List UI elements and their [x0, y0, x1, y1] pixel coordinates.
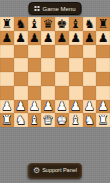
white-queen: ♛: [43, 114, 54, 126]
white-pawn: ♟: [43, 100, 54, 112]
square-h8[interactable]: ♜: [96, 17, 110, 31]
square-g7[interactable]: ♟: [83, 31, 97, 45]
square-e5[interactable]: [55, 58, 69, 72]
square-b1[interactable]: ♞: [14, 113, 28, 127]
square-c5[interactable]: [28, 58, 42, 72]
square-a1[interactable]: ♜: [0, 113, 14, 127]
square-h4[interactable]: [96, 72, 110, 86]
square-b7[interactable]: ♟: [14, 31, 28, 45]
square-a5[interactable]: [0, 58, 14, 72]
app-screen: Game Menu ♜♞♝♛♚♝♞♜♟♟♟♟♟♟♟♟♟♟♟♟♟♟♟♟♜♞♝♛♚♝…: [0, 0, 110, 183]
chess-board: ♜♞♝♛♚♝♞♜♟♟♟♟♟♟♟♟♟♟♟♟♟♟♟♟♜♞♝♛♚♝♞♜: [0, 17, 110, 127]
square-b2[interactable]: ♟: [14, 100, 28, 114]
gear-icon: ⚙: [33, 167, 40, 175]
square-f2[interactable]: ♟: [69, 100, 83, 114]
square-c3[interactable]: [28, 86, 42, 100]
square-h2[interactable]: ♟: [96, 100, 110, 114]
black-rook: ♜: [1, 18, 12, 30]
square-d4[interactable]: [41, 72, 55, 86]
square-e7[interactable]: ♟: [55, 31, 69, 45]
white-rook: ♜: [98, 114, 109, 126]
white-pawn: ♟: [15, 100, 26, 112]
square-f3[interactable]: [69, 86, 83, 100]
square-b5[interactable]: [14, 58, 28, 72]
square-h7[interactable]: ♟: [96, 31, 110, 45]
black-knight: ♞: [84, 18, 95, 30]
square-c7[interactable]: ♟: [28, 31, 42, 45]
square-h5[interactable]: [96, 58, 110, 72]
square-a6[interactable]: [0, 45, 14, 59]
square-d3[interactable]: [41, 86, 55, 100]
square-d8[interactable]: ♛: [41, 17, 55, 31]
square-e4[interactable]: [55, 72, 69, 86]
white-bishop: ♝: [70, 114, 81, 126]
square-c8[interactable]: ♝: [28, 17, 42, 31]
square-b3[interactable]: [14, 86, 28, 100]
support-panel-button[interactable]: ⚙ Support Panel: [28, 163, 82, 179]
black-pawn: ♟: [98, 32, 109, 44]
square-g2[interactable]: ♟: [83, 100, 97, 114]
square-f4[interactable]: [69, 72, 83, 86]
black-rook: ♜: [98, 18, 109, 30]
white-pawn: ♟: [29, 100, 40, 112]
white-king: ♚: [56, 114, 67, 126]
square-a8[interactable]: ♜: [0, 17, 14, 31]
square-h1[interactable]: ♜: [96, 113, 110, 127]
support-panel-label: Support Panel: [42, 168, 77, 174]
white-pawn: ♟: [70, 100, 81, 112]
square-f7[interactable]: ♟: [69, 31, 83, 45]
square-f5[interactable]: [69, 58, 83, 72]
white-pawn: ♟: [56, 100, 67, 112]
black-bishop: ♝: [70, 18, 81, 30]
square-b6[interactable]: [14, 45, 28, 59]
black-pawn: ♟: [29, 32, 40, 44]
square-d7[interactable]: ♟: [41, 31, 55, 45]
black-pawn: ♟: [43, 32, 54, 44]
square-h3[interactable]: [96, 86, 110, 100]
white-rook: ♜: [1, 114, 12, 126]
black-pawn: ♟: [56, 32, 67, 44]
black-knight: ♞: [15, 18, 26, 30]
square-b4[interactable]: [14, 72, 28, 86]
square-c2[interactable]: ♟: [28, 100, 42, 114]
square-a7[interactable]: ♟: [0, 31, 14, 45]
square-a2[interactable]: ♟: [0, 100, 14, 114]
square-g3[interactable]: [83, 86, 97, 100]
black-king: ♚: [56, 18, 67, 30]
white-pawn: ♟: [98, 100, 109, 112]
square-f8[interactable]: ♝: [69, 17, 83, 31]
game-menu-button[interactable]: Game Menu: [28, 2, 81, 15]
square-g6[interactable]: [83, 45, 97, 59]
white-pawn: ♟: [1, 100, 12, 112]
square-g8[interactable]: ♞: [83, 17, 97, 31]
square-d5[interactable]: [41, 58, 55, 72]
square-c1[interactable]: ♝: [28, 113, 42, 127]
white-pawn: ♟: [84, 100, 95, 112]
square-h6[interactable]: [96, 45, 110, 59]
square-e2[interactable]: ♟: [55, 100, 69, 114]
white-knight: ♞: [15, 114, 26, 126]
square-e1[interactable]: ♚: [55, 113, 69, 127]
black-pawn: ♟: [84, 32, 95, 44]
square-g1[interactable]: ♞: [83, 113, 97, 127]
white-knight: ♞: [84, 114, 95, 126]
grid-icon: [34, 6, 39, 11]
black-queen: ♛: [43, 18, 54, 30]
square-e6[interactable]: [55, 45, 69, 59]
square-d2[interactable]: ♟: [41, 100, 55, 114]
black-pawn: ♟: [15, 32, 26, 44]
square-e3[interactable]: [55, 86, 69, 100]
square-b8[interactable]: ♞: [14, 17, 28, 31]
white-bishop: ♝: [29, 114, 40, 126]
square-g5[interactable]: [83, 58, 97, 72]
square-a3[interactable]: [0, 86, 14, 100]
game-menu-label: Game Menu: [42, 6, 75, 12]
square-c6[interactable]: [28, 45, 42, 59]
black-pawn: ♟: [70, 32, 81, 44]
square-d6[interactable]: [41, 45, 55, 59]
square-e8[interactable]: ♚: [55, 17, 69, 31]
square-c4[interactable]: [28, 72, 42, 86]
square-d1[interactable]: ♛: [41, 113, 55, 127]
square-g4[interactable]: [83, 72, 97, 86]
black-pawn: ♟: [1, 32, 12, 44]
square-a4[interactable]: [0, 72, 14, 86]
square-f6[interactable]: [69, 45, 83, 59]
square-f1[interactable]: ♝: [69, 113, 83, 127]
black-bishop: ♝: [29, 18, 40, 30]
